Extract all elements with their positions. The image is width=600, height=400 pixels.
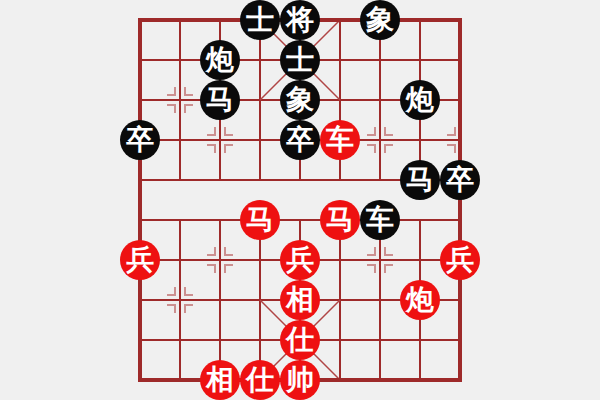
piece-red-advisor[interactable]: 仕	[280, 320, 320, 360]
piece-red-soldier[interactable]: 兵	[440, 240, 480, 280]
piece-red-elephant[interactable]: 相	[280, 280, 320, 320]
xiangqi-board-screen: 士将象炮士马象炮卒卒车马卒马马车兵兵兵相炮仕相仕帅	[0, 0, 600, 400]
piece-red-horse[interactable]: 马	[320, 200, 360, 240]
piece-black-horse[interactable]: 马	[400, 160, 440, 200]
piece-black-cannon[interactable]: 炮	[200, 40, 240, 80]
piece-red-cannon[interactable]: 炮	[400, 280, 440, 320]
piece-red-elephant[interactable]: 相	[200, 360, 240, 400]
piece-black-advisor[interactable]: 士	[280, 40, 320, 80]
piece-black-general[interactable]: 将	[280, 0, 320, 40]
piece-red-soldier[interactable]: 兵	[120, 240, 160, 280]
piece-red-chariot[interactable]: 车	[320, 120, 360, 160]
piece-black-soldier[interactable]: 卒	[120, 120, 160, 160]
piece-black-horse[interactable]: 马	[200, 80, 240, 120]
piece-red-horse[interactable]: 马	[240, 200, 280, 240]
piece-black-cannon[interactable]: 炮	[400, 80, 440, 120]
piece-black-advisor[interactable]: 士	[240, 0, 280, 40]
piece-black-soldier[interactable]: 卒	[280, 120, 320, 160]
piece-red-advisor[interactable]: 仕	[240, 360, 280, 400]
piece-red-general[interactable]: 帅	[280, 360, 320, 400]
piece-black-elephant[interactable]: 象	[360, 0, 400, 40]
piece-black-elephant[interactable]: 象	[280, 80, 320, 120]
piece-black-chariot[interactable]: 车	[360, 200, 400, 240]
piece-black-soldier[interactable]: 卒	[440, 160, 480, 200]
piece-red-soldier[interactable]: 兵	[280, 240, 320, 280]
board-grid: 士将象炮士马象炮卒卒车马卒马马车兵兵兵相炮仕相仕帅	[120, 0, 480, 400]
